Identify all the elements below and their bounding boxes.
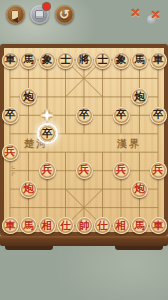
piece-black-advisor[interactable]: 士 (57, 52, 74, 69)
piece-black-general[interactable]: 將 (76, 52, 93, 69)
piece-black-soldier[interactable]: 卒 (150, 107, 167, 124)
piece-red-soldier[interactable]: 兵 (113, 162, 130, 179)
piece-black-elephant[interactable]: 象 (39, 52, 56, 69)
piece-black-horse[interactable]: 馬 (20, 52, 37, 69)
piece-black-elephant[interactable]: 象 (113, 52, 130, 69)
piece-red-general[interactable]: 帥 (76, 217, 93, 234)
exit-button[interactable] (6, 5, 25, 24)
piece-red-soldier[interactable]: 兵 (2, 144, 19, 161)
piece-red-elephant[interactable]: 相 (113, 217, 130, 234)
piece-red-chariot[interactable]: 車 (150, 217, 167, 234)
exit-door-icon (11, 10, 19, 20)
piece-red-soldier[interactable]: 兵 (39, 162, 56, 179)
piece-red-horse[interactable]: 馬 (20, 217, 37, 234)
piece-black-chariot[interactable]: 車 (2, 52, 19, 69)
piece-red-advisor[interactable]: 仕 (57, 217, 74, 234)
piece-black-cannon[interactable]: 炮 (131, 88, 148, 105)
piece-black-soldier[interactable]: 卒 (76, 107, 93, 124)
undo-arrow-icon: ↺ (55, 5, 74, 24)
xiangqi-app: ↺ ✕ ✕ 楚河 漢界 車馬象士將士象馬車炮炮卒卒卒卒卒兵兵兵兵兵炮炮車馬相仕帥… (0, 0, 168, 300)
piece-red-advisor[interactable]: 仕 (94, 217, 111, 234)
piece-red-horse[interactable]: 馬 (131, 217, 148, 234)
piece-black-advisor[interactable]: 士 (94, 52, 111, 69)
piece-red-cannon[interactable]: 炮 (20, 181, 37, 198)
panel-icon (35, 10, 44, 19)
piece-black-chariot[interactable]: 車 (150, 52, 167, 69)
music-off-icon[interactable]: ✕ (148, 8, 163, 23)
sound-off-icon[interactable]: ✕ (128, 6, 143, 21)
piece-red-soldier[interactable]: 兵 (76, 162, 93, 179)
pieces-layer: 車馬象士將士象馬車炮炮卒卒卒卒卒兵兵兵兵兵炮炮車馬相仕帥仕相馬車 (0, 0, 168, 300)
piece-black-cannon[interactable]: 炮 (20, 88, 37, 105)
undo-button[interactable]: ↺ (55, 5, 74, 24)
piece-red-cannon[interactable]: 炮 (131, 181, 148, 198)
messages-button[interactable] (30, 5, 49, 24)
piece-red-elephant[interactable]: 相 (39, 217, 56, 234)
piece-red-chariot[interactable]: 車 (2, 217, 19, 234)
top-toolbar: ↺ ✕ ✕ (0, 0, 168, 30)
piece-black-horse[interactable]: 馬 (131, 52, 148, 69)
piece-black-soldier[interactable]: 卒 (113, 107, 130, 124)
notification-badge (43, 3, 50, 10)
piece-red-soldier[interactable]: 兵 (150, 162, 167, 179)
piece-black-soldier[interactable]: 卒 (39, 125, 56, 142)
piece-black-soldier[interactable]: 卒 (2, 107, 19, 124)
